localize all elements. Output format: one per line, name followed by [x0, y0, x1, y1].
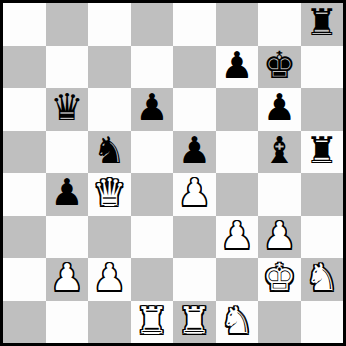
square-g7[interactable]: ♚ [258, 46, 301, 89]
black-pawn-icon: ♟ [50, 173, 83, 215]
square-e4[interactable]: ♟ [173, 173, 216, 216]
white-king-icon: ♚ [263, 258, 296, 300]
square-h1[interactable] [301, 301, 344, 344]
square-b1[interactable] [46, 301, 89, 344]
square-a1[interactable] [3, 301, 46, 344]
square-c3[interactable] [88, 216, 131, 259]
square-a8[interactable] [3, 3, 46, 46]
square-h8[interactable]: ♜ [301, 3, 344, 46]
square-f6[interactable] [216, 88, 259, 131]
square-d5[interactable] [131, 131, 174, 174]
black-rook-icon: ♜ [305, 3, 338, 45]
square-c4[interactable]: ♛ [88, 173, 131, 216]
white-rook-icon: ♜ [135, 301, 168, 343]
square-a4[interactable] [3, 173, 46, 216]
black-king-icon: ♚ [263, 46, 296, 88]
square-f8[interactable] [216, 3, 259, 46]
square-d7[interactable] [131, 46, 174, 89]
square-f4[interactable] [216, 173, 259, 216]
white-pawn-icon: ♟ [178, 173, 211, 215]
square-b4[interactable]: ♟ [46, 173, 89, 216]
square-g1[interactable] [258, 301, 301, 344]
white-pawn-icon: ♟ [220, 216, 253, 258]
square-c2[interactable]: ♟ [88, 258, 131, 301]
square-h4[interactable] [301, 173, 344, 216]
black-bishop-icon: ♝ [263, 131, 296, 173]
white-knight-icon: ♞ [305, 258, 338, 300]
square-b6[interactable]: ♛ [46, 88, 89, 131]
square-g4[interactable] [258, 173, 301, 216]
square-a2[interactable] [3, 258, 46, 301]
black-pawn-icon: ♟ [263, 88, 296, 130]
square-f5[interactable] [216, 131, 259, 174]
square-f1[interactable]: ♞ [216, 301, 259, 344]
square-h2[interactable]: ♞ [301, 258, 344, 301]
square-a7[interactable] [3, 46, 46, 89]
square-c1[interactable] [88, 301, 131, 344]
black-pawn-icon: ♟ [220, 46, 253, 88]
black-queen-icon: ♛ [50, 88, 83, 130]
white-pawn-icon: ♟ [93, 258, 126, 300]
square-b7[interactable] [46, 46, 89, 89]
square-g5[interactable]: ♝ [258, 131, 301, 174]
square-f7[interactable]: ♟ [216, 46, 259, 89]
black-knight-icon: ♞ [93, 131, 126, 173]
square-b2[interactable]: ♟ [46, 258, 89, 301]
square-e1[interactable]: ♜ [173, 301, 216, 344]
square-c5[interactable]: ♞ [88, 131, 131, 174]
square-c7[interactable] [88, 46, 131, 89]
square-d1[interactable]: ♜ [131, 301, 174, 344]
square-h6[interactable] [301, 88, 344, 131]
square-h5[interactable]: ♜ [301, 131, 344, 174]
square-e8[interactable] [173, 3, 216, 46]
square-e6[interactable] [173, 88, 216, 131]
square-d8[interactable] [131, 3, 174, 46]
black-rook-icon: ♜ [305, 131, 338, 173]
square-e3[interactable] [173, 216, 216, 259]
square-g3[interactable]: ♟ [258, 216, 301, 259]
black-pawn-icon: ♟ [135, 88, 168, 130]
square-e5[interactable]: ♟ [173, 131, 216, 174]
square-h7[interactable] [301, 46, 344, 89]
white-knight-icon: ♞ [220, 301, 253, 343]
square-g8[interactable] [258, 3, 301, 46]
white-pawn-icon: ♟ [263, 216, 296, 258]
square-h3[interactable] [301, 216, 344, 259]
chess-board-frame: ♜♟♚♛♟♟♞♟♝♜♟♛♟♟♟♟♟♚♞♜♜♞ [0, 0, 346, 346]
square-a3[interactable] [3, 216, 46, 259]
square-f3[interactable]: ♟ [216, 216, 259, 259]
square-b3[interactable] [46, 216, 89, 259]
white-pawn-icon: ♟ [50, 258, 83, 300]
square-e7[interactable] [173, 46, 216, 89]
square-g6[interactable]: ♟ [258, 88, 301, 131]
white-rook-icon: ♜ [178, 301, 211, 343]
square-c8[interactable] [88, 3, 131, 46]
square-b5[interactable] [46, 131, 89, 174]
square-c6[interactable] [88, 88, 131, 131]
square-d3[interactable] [131, 216, 174, 259]
square-f2[interactable] [216, 258, 259, 301]
black-pawn-icon: ♟ [178, 131, 211, 173]
square-a6[interactable] [3, 88, 46, 131]
square-d6[interactable]: ♟ [131, 88, 174, 131]
square-b8[interactable] [46, 3, 89, 46]
square-d4[interactable] [131, 173, 174, 216]
square-d2[interactable] [131, 258, 174, 301]
square-e2[interactable] [173, 258, 216, 301]
square-g2[interactable]: ♚ [258, 258, 301, 301]
chess-board: ♜♟♚♛♟♟♞♟♝♜♟♛♟♟♟♟♟♚♞♜♜♞ [3, 3, 343, 343]
white-queen-icon: ♛ [93, 173, 126, 215]
square-a5[interactable] [3, 131, 46, 174]
